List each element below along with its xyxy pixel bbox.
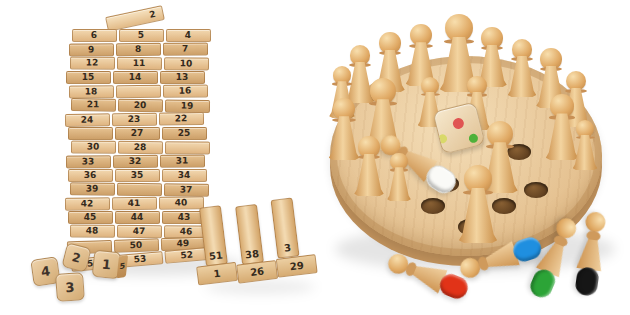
- spare-block-lying[interactable]: 1: [196, 262, 238, 286]
- block-tower: 2654987121110151413181621201924232227253…: [62, 10, 212, 267]
- tower-row: 242322: [59, 112, 209, 127]
- tower-block[interactable]: 11: [116, 57, 161, 70]
- tower-block[interactable]: 23: [111, 113, 156, 127]
- tower-block[interactable]: 25: [162, 127, 207, 140]
- tower-block[interactable]: 9: [68, 43, 113, 56]
- wood-peg[interactable]: [354, 136, 384, 196]
- tower-row: 424140: [59, 196, 209, 211]
- spare-blocks-stack: 5138312629: [193, 194, 323, 298]
- tower-block[interactable]: 6: [72, 29, 117, 42]
- tower-block[interactable]: 20: [117, 99, 162, 113]
- tower-block[interactable]: 22: [158, 112, 203, 126]
- tower-block[interactable]: 7: [162, 42, 207, 55]
- tower-block[interactable]: 8: [115, 43, 160, 56]
- peg-body: [354, 154, 384, 196]
- peg-body: [573, 135, 598, 170]
- number-die[interactable]: 15: [92, 250, 122, 280]
- die-green-dot: [468, 133, 479, 144]
- tower-block[interactable]: 18: [68, 85, 113, 98]
- scene: 2654987121110151413181621201924232227253…: [0, 0, 630, 315]
- die-face: 3: [65, 279, 75, 295]
- tower-block[interactable]: 19: [164, 99, 209, 113]
- tower-block[interactable]: 5: [119, 29, 164, 42]
- tower-top-block[interactable]: 2: [105, 5, 165, 32]
- peg-body: [387, 167, 411, 201]
- tower-block[interactable]: [116, 183, 161, 196]
- tower-block[interactable]: 16: [162, 84, 207, 97]
- peg-body: [576, 238, 606, 271]
- tower-row: 363534: [62, 169, 212, 182]
- tower-block[interactable]: 36: [68, 169, 113, 182]
- number-die[interactable]: 3: [55, 272, 85, 302]
- spare-block-lying[interactable]: 29: [276, 254, 318, 278]
- tower-row: 3028: [65, 140, 215, 154]
- peg-body: [508, 56, 537, 97]
- tower-block[interactable]: 4: [166, 29, 211, 42]
- spare-block-standing[interactable]: 51: [199, 205, 228, 266]
- tower-block[interactable]: 41: [111, 197, 156, 210]
- peg-body: [459, 188, 498, 243]
- die-face: 4: [40, 263, 51, 279]
- tower-row: 2725: [62, 127, 212, 140]
- wood-peg[interactable]: [573, 120, 598, 170]
- board-hole: [421, 198, 445, 214]
- tower-block[interactable]: 44: [115, 211, 160, 224]
- tower-block[interactable]: 45: [68, 211, 113, 224]
- tower-row: 3937: [64, 182, 214, 197]
- tower-block[interactable]: 34: [162, 169, 207, 182]
- wood-peg[interactable]: [387, 153, 411, 201]
- die-red-dot: [452, 117, 465, 130]
- peg-colour-tip: [574, 266, 600, 297]
- tower-row: 212019: [65, 98, 215, 113]
- spare-block-standing[interactable]: 38: [235, 204, 264, 265]
- board-hole: [524, 182, 548, 198]
- peg-head: [584, 211, 607, 234]
- tower-block[interactable]: 24: [64, 113, 109, 127]
- wood-peg[interactable]: [508, 39, 537, 97]
- tower-block[interactable]: 42: [64, 197, 109, 210]
- tower-row: 151413: [60, 71, 210, 84]
- tower-block[interactable]: [164, 141, 209, 154]
- tower-block[interactable]: 32: [112, 155, 157, 168]
- tower-row: 654: [66, 29, 216, 42]
- tower-block[interactable]: 10: [163, 57, 208, 70]
- tower-block[interactable]: 47: [116, 225, 161, 238]
- tower-block[interactable]: 28: [117, 141, 162, 154]
- tower-block[interactable]: 50: [113, 238, 158, 253]
- tower-row: 454443: [62, 211, 212, 224]
- tower-block[interactable]: [115, 85, 160, 98]
- tower-row: 987: [63, 42, 213, 56]
- tower-block[interactable]: 15: [66, 71, 111, 84]
- tower-top[interactable]: 2: [62, 10, 212, 29]
- tower-block[interactable]: 37: [163, 183, 208, 196]
- spare-block-standing[interactable]: 3: [271, 197, 300, 258]
- tower-block[interactable]: 39: [69, 182, 114, 195]
- tower-block[interactable]: 13: [160, 71, 205, 84]
- tower-row: 333231: [60, 154, 210, 168]
- die-face: 2: [71, 250, 82, 266]
- tower-row: 121110: [64, 56, 214, 70]
- tower-block[interactable]: 48: [69, 224, 114, 237]
- die-face: 1: [101, 257, 112, 273]
- tower-row: 1816: [63, 84, 213, 98]
- tower-block[interactable]: 27: [115, 127, 160, 140]
- tower-block[interactable]: 31: [159, 154, 204, 167]
- wood-peg[interactable]: [459, 165, 498, 243]
- spare-block-lying[interactable]: 26: [236, 260, 278, 284]
- tower-block[interactable]: 30: [70, 140, 115, 153]
- tower-block[interactable]: 14: [113, 71, 158, 84]
- tower-block[interactable]: 12: [69, 56, 114, 69]
- tower-block[interactable]: 33: [65, 155, 110, 168]
- tower-block[interactable]: 35: [115, 169, 160, 182]
- tower-block[interactable]: 21: [70, 98, 115, 112]
- tower-block[interactable]: [68, 127, 113, 140]
